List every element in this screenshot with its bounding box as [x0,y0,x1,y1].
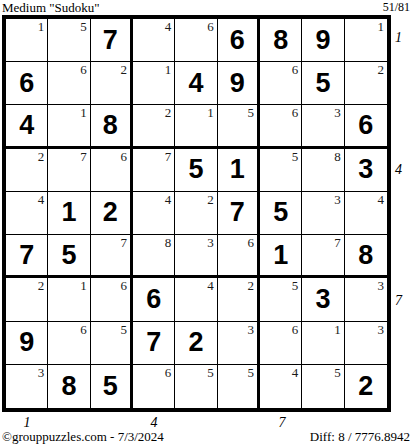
cell-r8c2[interactable]: 6 [48,322,90,365]
cell-r6c3[interactable]: 7 [91,235,133,278]
solved-digit: 7 [146,329,161,356]
cell-r4c8[interactable]: 8 [302,149,344,192]
cell-r5c4[interactable]: 4 [133,192,175,235]
cell-r3c5[interactable]: 1 [175,105,217,148]
cell-r3c3[interactable]: 8 [91,105,133,148]
solved-digit: 4 [19,112,34,139]
solved-digit: 5 [103,373,118,400]
cell-r8c6[interactable]: 3 [218,322,260,365]
hint-digit: 4 [207,279,214,292]
cell-r1c5[interactable]: 6 [175,19,217,62]
cell-r2c2[interactable]: 6 [48,62,90,105]
hint-digit: 6 [80,323,87,336]
hint-digit: 3 [334,106,341,119]
cell-r9c6[interactable]: 5 [218,365,260,408]
cell-r8c1[interactable]: 9 [6,322,48,365]
hint-digit: 4 [292,366,299,379]
hint-digit: 1 [165,63,172,76]
cell-r6c1[interactable]: 7 [6,235,48,278]
solved-digit: 9 [315,27,330,54]
cell-r4c9[interactable]: 3 [345,149,387,192]
hint-digit: 6 [292,63,299,76]
hint-digit: 7 [334,236,341,249]
hint-digit: 2 [38,150,45,163]
cell-r9c4[interactable]: 6 [133,365,175,408]
cell-r5c1[interactable]: 4 [6,192,48,235]
hint-digit: 1 [38,20,45,33]
hint-digit: 6 [165,366,172,379]
cell-r9c7[interactable]: 4 [260,365,302,408]
solved-digit: 7 [19,242,34,269]
cell-r6c6[interactable]: 6 [218,235,260,278]
cell-r2c5[interactable]: 4 [175,62,217,105]
solved-digit: 6 [230,27,245,54]
sudoku-board: 1574668916621496524182156362767515834124… [2,15,391,412]
difficulty-text: Diff: 8 / 7776.8942 [310,430,410,444]
row-label-7: 7 [395,294,402,308]
cell-r4c4[interactable]: 7 [133,149,175,192]
solved-digit: 2 [103,199,118,226]
hint-digit: 4 [377,193,384,206]
hint-digit: 8 [334,150,341,163]
hint-digit: 6 [80,63,87,76]
cell-r5c3[interactable]: 2 [91,192,133,235]
cell-r5c2[interactable]: 1 [48,192,90,235]
cell-r8c9[interactable]: 3 [345,322,387,365]
cell-r3c6[interactable]: 5 [218,105,260,148]
hint-digit: 6 [247,236,254,249]
copyright-text: ©grouppuzzles.com - 7/3/2024 [2,430,164,444]
cell-r3c9[interactable]: 6 [345,105,387,148]
solved-digit: 5 [315,70,330,97]
cell-r6c9[interactable]: 8 [345,235,387,278]
hint-digit: 5 [292,150,299,163]
cell-r7c5[interactable]: 4 [175,278,217,321]
cell-r9c3[interactable]: 5 [91,365,133,408]
hint-digit: 1 [80,106,87,119]
cell-r9c8[interactable]: 5 [302,365,344,408]
solved-digit: 3 [315,286,330,313]
solved-digit: 5 [188,156,203,183]
cell-r1c8[interactable]: 9 [302,19,344,62]
cell-r7c4[interactable]: 6 [133,278,175,321]
hint-digit: 3 [377,279,384,292]
cell-r4c6[interactable]: 1 [218,149,260,192]
cell-r4c7[interactable]: 5 [260,149,302,192]
cell-r1c9[interactable]: 1 [345,19,387,62]
cell-r1c7[interactable]: 8 [260,19,302,62]
solved-digit: 8 [103,112,118,139]
cell-r1c6[interactable]: 6 [218,19,260,62]
solved-digit: 1 [230,156,245,183]
page-title: Medium "Sudoku" [2,0,100,15]
hint-digit: 3 [38,366,45,379]
cell-r2c9[interactable]: 2 [345,62,387,105]
col-label-7: 7 [279,416,286,430]
solved-digit: 9 [19,329,34,356]
cell-r2c7[interactable]: 6 [260,62,302,105]
cell-r4c5[interactable]: 5 [175,149,217,192]
hint-digit: 7 [120,236,127,249]
hint-digit: 8 [165,236,172,249]
cell-r9c5[interactable]: 5 [175,365,217,408]
cell-r5c8[interactable]: 3 [302,192,344,235]
hint-digit: 5 [292,279,299,292]
solved-digit: 2 [358,373,373,400]
solved-digit: 8 [273,27,288,54]
cell-r6c8[interactable]: 7 [302,235,344,278]
hint-digit: 3 [247,323,254,336]
cell-r6c7[interactable]: 1 [260,235,302,278]
cell-r7c9[interactable]: 3 [345,278,387,321]
cell-r5c6[interactable]: 7 [218,192,260,235]
cell-r7c2[interactable]: 1 [48,278,90,321]
hint-digit: 7 [165,150,172,163]
hint-digit: 6 [120,279,127,292]
cell-r7c3[interactable]: 6 [91,278,133,321]
hint-digit: 5 [207,366,214,379]
hint-digit: 5 [247,366,254,379]
solved-digit: 6 [146,286,161,313]
solved-digit: 3 [358,156,373,183]
cell-r3c8[interactable]: 3 [302,105,344,148]
cell-r2c4[interactable]: 1 [133,62,175,105]
cell-r8c7[interactable]: 6 [260,322,302,365]
hint-digit: 1 [207,106,214,119]
hint-digit: 6 [292,106,299,119]
hint-digit: 6 [292,323,299,336]
hint-digit: 3 [207,236,214,249]
hint-digit: 2 [377,63,384,76]
solved-digit: 6 [358,112,373,139]
cell-r1c1[interactable]: 1 [6,19,48,62]
cell-r8c8[interactable]: 1 [302,322,344,365]
solved-digit: 8 [61,373,76,400]
cell-r2c6[interactable]: 9 [218,62,260,105]
cell-r9c2[interactable]: 8 [48,365,90,408]
solved-digit: 4 [188,70,203,97]
solved-digit: 9 [230,70,245,97]
cell-r7c1[interactable]: 2 [6,278,48,321]
cell-r3c4[interactable]: 2 [133,105,175,148]
hint-digit: 4 [165,193,172,206]
hint-digit: 2 [165,106,172,119]
hint-digit: 3 [377,323,384,336]
hint-digit: 2 [38,279,45,292]
cell-r2c8[interactable]: 5 [302,62,344,105]
cell-r9c9[interactable]: 2 [345,365,387,408]
hint-digit: 3 [334,193,341,206]
solved-digit: 7 [230,199,245,226]
solved-digit: 6 [19,70,34,97]
cell-r4c2[interactable]: 7 [48,149,90,192]
solved-digit: 1 [273,242,288,269]
row-label-4: 4 [395,163,402,177]
solved-digit: 5 [61,242,76,269]
row-label-1: 1 [395,31,402,45]
hint-digit: 5 [334,366,341,379]
cell-r4c3[interactable]: 6 [91,149,133,192]
cell-r5c5[interactable]: 2 [175,192,217,235]
cell-r8c5[interactable]: 2 [175,322,217,365]
cell-r1c4[interactable]: 4 [133,19,175,62]
hint-digit: 6 [207,20,214,33]
cell-r3c2[interactable]: 1 [48,105,90,148]
cell-r7c7[interactable]: 5 [260,278,302,321]
cell-r2c3[interactable]: 2 [91,62,133,105]
cell-r1c3[interactable]: 7 [91,19,133,62]
hint-digit: 1 [334,323,341,336]
cell-r4c1[interactable]: 2 [6,149,48,192]
hint-digit: 5 [80,20,87,33]
solved-digit: 7 [103,27,118,54]
hint-digit: 1 [80,279,87,292]
cell-r6c5[interactable]: 3 [175,235,217,278]
hint-digit: 4 [38,193,45,206]
cell-r3c7[interactable]: 6 [260,105,302,148]
hint-digit: 5 [120,323,127,336]
cell-r1c2[interactable]: 5 [48,19,90,62]
cell-r5c9[interactable]: 4 [345,192,387,235]
cell-r7c6[interactable]: 2 [218,278,260,321]
col-label-1: 1 [24,416,31,430]
hint-digit: 5 [247,106,254,119]
cell-r6c2[interactable]: 5 [48,235,90,278]
cell-r7c8[interactable]: 3 [302,278,344,321]
hint-digit: 2 [207,193,214,206]
cell-r9c1[interactable]: 3 [6,365,48,408]
solved-digit: 5 [273,199,288,226]
cell-r5c7[interactable]: 5 [260,192,302,235]
hint-digit: 2 [120,63,127,76]
cell-r3c1[interactable]: 4 [6,105,48,148]
solved-digit: 8 [358,242,373,269]
cell-r8c4[interactable]: 7 [133,322,175,365]
cell-r6c4[interactable]: 8 [133,235,175,278]
cell-r2c1[interactable]: 6 [6,62,48,105]
remaining-counter: 51/81 [383,0,410,15]
hint-digit: 7 [80,150,87,163]
hint-digit: 1 [377,20,384,33]
cell-r8c3[interactable]: 5 [91,322,133,365]
solved-digit: 1 [61,199,76,226]
hint-digit: 2 [247,279,254,292]
hint-digit: 4 [165,20,172,33]
hint-digit: 6 [120,150,127,163]
col-label-4: 4 [151,416,158,430]
solved-digit: 2 [188,329,203,356]
